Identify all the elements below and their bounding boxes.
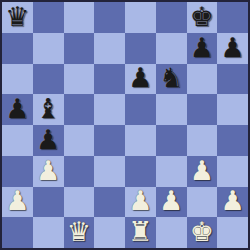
square-g3[interactable]: ♟ bbox=[187, 156, 218, 187]
piece-black-queen-a8[interactable]: ♛ bbox=[5, 3, 29, 30]
square-e8[interactable] bbox=[125, 2, 156, 33]
square-f3[interactable] bbox=[156, 156, 187, 187]
piece-black-pawn-g7[interactable]: ♟ bbox=[190, 34, 214, 61]
square-g2[interactable] bbox=[187, 187, 218, 218]
square-c6[interactable] bbox=[64, 64, 95, 95]
square-h8[interactable] bbox=[217, 2, 248, 33]
square-d1[interactable] bbox=[94, 217, 125, 248]
piece-white-king-g1[interactable]: ♚ bbox=[190, 218, 214, 245]
square-f8[interactable] bbox=[156, 2, 187, 33]
piece-white-pawn-a2[interactable]: ♟ bbox=[5, 187, 29, 214]
square-d8[interactable] bbox=[94, 2, 125, 33]
piece-white-pawn-e2[interactable]: ♟ bbox=[128, 187, 152, 214]
square-g8[interactable]: ♚ bbox=[187, 2, 218, 33]
square-b4[interactable]: ♟ bbox=[33, 125, 64, 156]
chess-board: ♛♚♟♟♟♞♟♝♟♟♟♟♟♟♟♛♜♚ bbox=[0, 0, 250, 250]
square-f6[interactable]: ♞ bbox=[156, 64, 187, 95]
square-a5[interactable]: ♟ bbox=[2, 94, 33, 125]
square-a4[interactable] bbox=[2, 125, 33, 156]
square-f5[interactable] bbox=[156, 94, 187, 125]
square-f1[interactable] bbox=[156, 217, 187, 248]
piece-black-king-g8[interactable]: ♚ bbox=[190, 3, 214, 30]
square-c1[interactable]: ♛ bbox=[64, 217, 95, 248]
piece-white-rook-e1[interactable]: ♜ bbox=[128, 218, 152, 245]
square-b6[interactable] bbox=[33, 64, 64, 95]
square-c7[interactable] bbox=[64, 33, 95, 64]
square-c3[interactable] bbox=[64, 156, 95, 187]
square-h5[interactable] bbox=[217, 94, 248, 125]
square-e3[interactable] bbox=[125, 156, 156, 187]
square-a3[interactable] bbox=[2, 156, 33, 187]
square-e4[interactable] bbox=[125, 125, 156, 156]
square-a1[interactable] bbox=[2, 217, 33, 248]
square-h2[interactable]: ♟ bbox=[217, 187, 248, 218]
square-e7[interactable] bbox=[125, 33, 156, 64]
square-d4[interactable] bbox=[94, 125, 125, 156]
square-d7[interactable] bbox=[94, 33, 125, 64]
piece-white-pawn-b3[interactable]: ♟ bbox=[36, 157, 60, 184]
square-b7[interactable] bbox=[33, 33, 64, 64]
square-h6[interactable] bbox=[217, 64, 248, 95]
square-c5[interactable] bbox=[64, 94, 95, 125]
square-h3[interactable] bbox=[217, 156, 248, 187]
square-a2[interactable]: ♟ bbox=[2, 187, 33, 218]
piece-black-knight-f6[interactable]: ♞ bbox=[159, 64, 183, 91]
piece-black-pawn-e6[interactable]: ♟ bbox=[128, 64, 152, 91]
square-h4[interactable] bbox=[217, 125, 248, 156]
square-b8[interactable] bbox=[33, 2, 64, 33]
square-d3[interactable] bbox=[94, 156, 125, 187]
square-g1[interactable]: ♚ bbox=[187, 217, 218, 248]
square-c4[interactable] bbox=[64, 125, 95, 156]
square-e1[interactable]: ♜ bbox=[125, 217, 156, 248]
square-d2[interactable] bbox=[94, 187, 125, 218]
square-g7[interactable]: ♟ bbox=[187, 33, 218, 64]
square-c8[interactable] bbox=[64, 2, 95, 33]
square-e5[interactable] bbox=[125, 94, 156, 125]
square-g4[interactable] bbox=[187, 125, 218, 156]
piece-black-bishop-b5[interactable]: ♝ bbox=[36, 95, 60, 122]
piece-white-queen-c1[interactable]: ♛ bbox=[67, 218, 91, 245]
square-a6[interactable] bbox=[2, 64, 33, 95]
square-f7[interactable] bbox=[156, 33, 187, 64]
square-g5[interactable] bbox=[187, 94, 218, 125]
square-c2[interactable] bbox=[64, 187, 95, 218]
chess-board-container: ♛♚♟♟♟♞♟♝♟♟♟♟♟♟♟♛♜♚ bbox=[0, 0, 250, 250]
square-e6[interactable]: ♟ bbox=[125, 64, 156, 95]
square-f4[interactable] bbox=[156, 125, 187, 156]
square-b1[interactable] bbox=[33, 217, 64, 248]
square-d6[interactable] bbox=[94, 64, 125, 95]
piece-white-pawn-g3[interactable]: ♟ bbox=[190, 157, 214, 184]
square-h7[interactable]: ♟ bbox=[217, 33, 248, 64]
square-b5[interactable]: ♝ bbox=[33, 94, 64, 125]
square-f2[interactable]: ♟ bbox=[156, 187, 187, 218]
piece-white-pawn-f2[interactable]: ♟ bbox=[159, 187, 183, 214]
square-b2[interactable] bbox=[33, 187, 64, 218]
square-e2[interactable]: ♟ bbox=[125, 187, 156, 218]
piece-black-pawn-h7[interactable]: ♟ bbox=[221, 34, 245, 61]
square-g6[interactable] bbox=[187, 64, 218, 95]
square-a7[interactable] bbox=[2, 33, 33, 64]
square-a8[interactable]: ♛ bbox=[2, 2, 33, 33]
piece-black-pawn-a5[interactable]: ♟ bbox=[5, 95, 29, 122]
square-d5[interactable] bbox=[94, 94, 125, 125]
square-b3[interactable]: ♟ bbox=[33, 156, 64, 187]
piece-black-pawn-b4[interactable]: ♟ bbox=[36, 126, 60, 153]
piece-white-pawn-h2[interactable]: ♟ bbox=[221, 187, 245, 214]
square-h1[interactable] bbox=[217, 217, 248, 248]
